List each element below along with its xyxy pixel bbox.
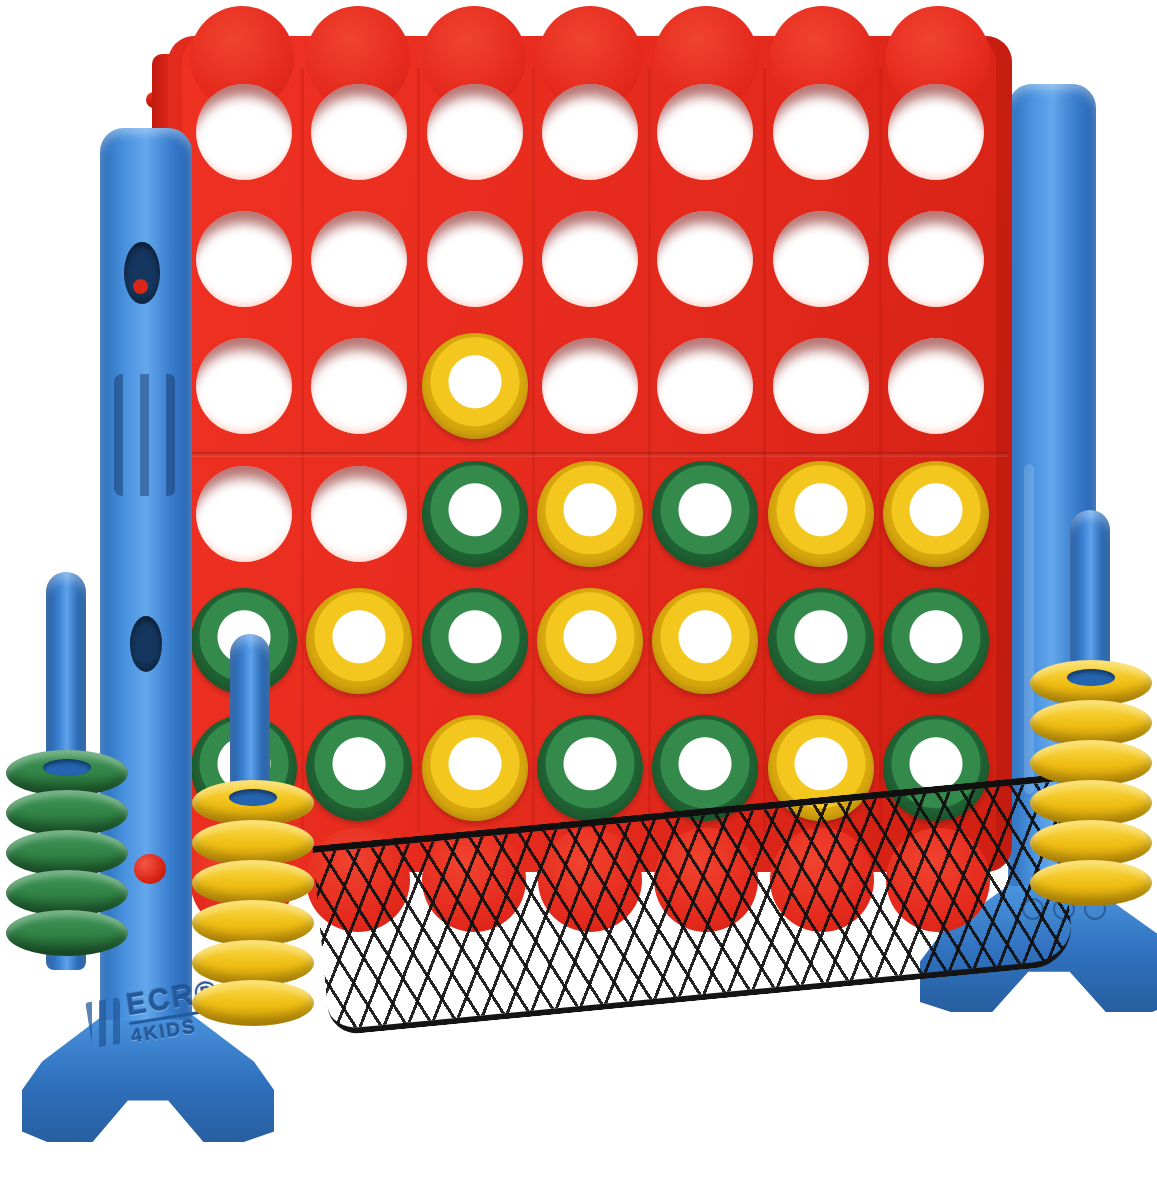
yellow-disc [306,588,412,694]
board-cell[interactable] [763,68,878,195]
red-knob [134,854,166,884]
leg-grooves [114,374,176,496]
board-cell[interactable] [532,450,647,577]
green-disc [768,588,874,694]
yellow-disc [422,333,528,439]
board-cell[interactable] [417,705,532,832]
empty-slot [657,211,753,307]
green-disc [537,715,643,821]
board-cell[interactable] [417,323,532,450]
board-cell[interactable] [879,195,994,322]
green-disc [883,588,989,694]
empty-slot [196,211,292,307]
empty-slot [311,338,407,434]
board-cell[interactable] [301,195,416,322]
product-photo-scene: ECR® 4KIDS [0,0,1157,1200]
board-cell[interactable] [186,195,301,322]
board-cell[interactable] [648,450,763,577]
board-cell[interactable] [648,323,763,450]
board-cell[interactable] [417,577,532,704]
green-disc [422,461,528,567]
connect-four-board [168,36,1012,872]
toss-ring-yellow [1030,860,1152,906]
empty-slot [311,211,407,307]
handle-cutout-icon [130,616,162,672]
empty-slot [773,211,869,307]
empty-slot [427,84,523,180]
empty-slot [657,338,753,434]
board-cell[interactable] [532,705,647,832]
yellow-disc [422,715,528,821]
board-cell[interactable] [532,195,647,322]
toss-ring-yellow [192,980,314,1026]
empty-slot [888,84,984,180]
board-cell[interactable] [648,577,763,704]
board-cell[interactable] [301,577,416,704]
board-cell[interactable] [532,323,647,450]
yellow-disc [652,588,758,694]
ring-stack-left-green [6,750,128,960]
board-cell[interactable] [301,705,416,832]
empty-slot [888,211,984,307]
empty-slot [196,466,292,562]
board-cell[interactable] [301,323,416,450]
empty-slot [311,466,407,562]
board-cell[interactable] [763,577,878,704]
board-cell[interactable] [763,195,878,322]
board-cell[interactable] [763,323,878,450]
empty-slot [773,84,869,180]
board-cell[interactable] [301,450,416,577]
board-cell[interactable] [763,450,878,577]
board-cell[interactable] [186,323,301,450]
board-cell[interactable] [532,68,647,195]
board-cell[interactable] [648,68,763,195]
empty-slot [542,211,638,307]
yellow-disc [537,588,643,694]
board-cell[interactable] [417,68,532,195]
board-cell[interactable] [532,577,647,704]
empty-slot [542,338,638,434]
green-disc [652,461,758,567]
green-disc [306,715,412,821]
yellow-disc [537,461,643,567]
board-cell[interactable] [417,195,532,322]
ring-stack-front-yellow [192,780,314,1030]
ring-stack-right-yellow [1030,660,1152,910]
empty-slot [542,84,638,180]
board-cell[interactable] [879,577,994,704]
green-disc [422,588,528,694]
handle-cutout-icon [124,242,160,304]
board-cell[interactable] [879,450,994,577]
empty-slot [196,84,292,180]
empty-slot [311,84,407,180]
board-cell[interactable] [648,195,763,322]
board-cell[interactable] [301,68,416,195]
empty-slot [888,338,984,434]
board-cell[interactable] [879,68,994,195]
empty-slot [427,211,523,307]
board-cell[interactable] [879,323,994,450]
toss-ring-green [6,910,128,956]
brand-bars-icon [85,997,126,1048]
board-cell[interactable] [417,450,532,577]
empty-slot [657,84,753,180]
yellow-disc [768,461,874,567]
board-cell[interactable] [186,450,301,577]
empty-slot [196,338,292,434]
board-grid [186,68,994,832]
yellow-disc [883,461,989,567]
board-cell[interactable] [186,68,301,195]
empty-slot [773,338,869,434]
